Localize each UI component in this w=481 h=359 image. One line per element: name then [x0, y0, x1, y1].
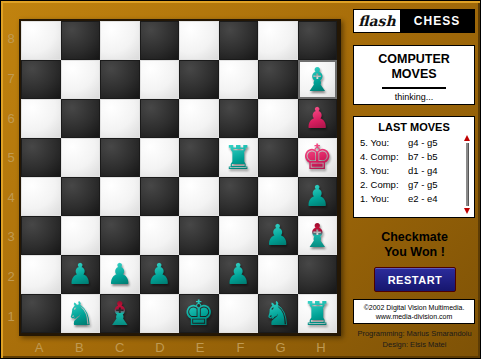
square-b5[interactable]: [61, 138, 101, 177]
board-frame: ♝♟♜♚♟♟♝♟♟♟♟♞♝♚♞♜: [19, 19, 341, 336]
white-pawn[interactable]: ♟: [225, 260, 251, 289]
move-value: e2 - e4: [408, 192, 459, 206]
white-pawn[interactable]: ♟: [146, 260, 172, 289]
thinking-status: thinking...: [354, 92, 474, 102]
move-value: g4 - g5: [408, 136, 459, 150]
credits-panel: ©2002 Digital Vision Multimedia. www.med…: [353, 299, 475, 324]
square-a4[interactable]: [21, 177, 61, 216]
square-h4[interactable]: ♟: [298, 177, 338, 216]
square-g3[interactable]: ♟: [258, 216, 298, 255]
square-f6[interactable]: [219, 99, 259, 138]
rank-label-2: 2: [4, 257, 18, 297]
rank-label-1: 1: [4, 296, 18, 336]
design-credit: Design: Elsis Matei: [347, 340, 481, 349]
divider: [382, 87, 446, 89]
move-label: 1. You:: [360, 192, 408, 206]
square-g7[interactable]: [258, 60, 298, 99]
square-a3[interactable]: [21, 216, 61, 255]
square-h2[interactable]: [298, 255, 338, 294]
square-f4[interactable]: [219, 177, 259, 216]
square-h7[interactable]: ♝: [298, 60, 338, 99]
square-b4[interactable]: [61, 177, 101, 216]
white-bishop[interactable]: ♝: [302, 63, 332, 96]
square-g4[interactable]: [258, 177, 298, 216]
square-d3[interactable]: [140, 216, 180, 255]
square-b1[interactable]: ♞: [61, 294, 101, 333]
square-c5[interactable]: [100, 138, 140, 177]
sidebar: flash CHESS COMPUTER MOVES thinking... L…: [347, 1, 481, 359]
white-king[interactable]: ♚: [183, 296, 214, 331]
square-b2[interactable]: ♟: [61, 255, 101, 294]
move-list-scrollbar[interactable]: [462, 135, 472, 214]
file-label-a: A: [19, 337, 59, 357]
file-label-f: F: [220, 337, 260, 357]
square-e8[interactable]: [179, 21, 219, 60]
programming-credit: Programming: Marius Smarandoiu: [347, 329, 481, 338]
square-d8[interactable]: [140, 21, 180, 60]
white-rook[interactable]: ♜: [223, 141, 253, 174]
rank-label-5: 5: [4, 138, 18, 178]
move-value: d1 - g4: [408, 164, 459, 178]
square-c7[interactable]: [100, 60, 140, 99]
square-e2[interactable]: [179, 255, 219, 294]
file-label-c: C: [100, 337, 140, 357]
square-g1[interactable]: ♞: [258, 294, 298, 333]
square-d1[interactable]: [140, 294, 180, 333]
file-label-d: D: [140, 337, 180, 357]
square-f7[interactable]: [219, 60, 259, 99]
file-label-b: B: [59, 337, 99, 357]
square-a8[interactable]: [21, 21, 61, 60]
square-b3[interactable]: [61, 216, 101, 255]
black-king[interactable]: ♚: [302, 140, 333, 175]
rank-label-3: 3: [4, 217, 18, 257]
move-value: g7 - g5: [408, 178, 459, 192]
file-label-e: E: [180, 337, 220, 357]
move-list: 5. You:g4 - g54. Comp:b7 - b53. You:d1 -…: [354, 136, 474, 206]
move-label: 3. You:: [360, 164, 408, 178]
restart-button[interactable]: RESTART: [374, 267, 456, 292]
square-g8[interactable]: [258, 21, 298, 60]
move-row: 3. You:d1 - g4: [360, 164, 459, 178]
square-h5[interactable]: ♚: [298, 138, 338, 177]
square-h8[interactable]: [298, 21, 338, 60]
last-moves-panel: LAST MOVES 5. You:g4 - g54. Comp:b7 - b5…: [353, 116, 475, 218]
white-rook[interactable]: ♜: [302, 297, 332, 330]
result-line1: Checkmate: [347, 230, 481, 245]
square-e6[interactable]: [179, 99, 219, 138]
square-f3[interactable]: [219, 216, 259, 255]
file-label-h: H: [301, 337, 341, 357]
file-label-g: G: [261, 337, 301, 357]
white-pawn[interactable]: ♟: [304, 182, 330, 211]
rank-labels: 87654321: [4, 19, 18, 336]
white-pawn[interactable]: ♟: [265, 221, 291, 250]
move-label: 4. Comp:: [360, 150, 408, 164]
scroll-up-icon[interactable]: [464, 135, 470, 141]
white-knight[interactable]: ♞: [65, 297, 95, 330]
square-a1[interactable]: [21, 294, 61, 333]
move-label: 2. Comp:: [360, 178, 408, 192]
move-value: b7 - b5: [408, 150, 459, 164]
square-e3[interactable]: [179, 216, 219, 255]
result-line2: You Won !: [347, 245, 481, 260]
white-knight[interactable]: ♞: [263, 297, 293, 330]
white-pawn[interactable]: ♟: [67, 260, 93, 289]
square-h1[interactable]: ♜: [298, 294, 338, 333]
square-e4[interactable]: [179, 177, 219, 216]
move-label: 5. You:: [360, 136, 408, 150]
square-b6[interactable]: [61, 99, 101, 138]
square-d7[interactable]: [140, 60, 180, 99]
logo-chess-text: CHESS: [400, 10, 474, 32]
logo: flash CHESS: [353, 9, 475, 33]
computer-moves-panel: COMPUTER MOVES thinking...: [353, 45, 475, 105]
credits-line1: ©2002 Digital Vision Multimedia.: [354, 303, 474, 312]
square-a2[interactable]: [21, 255, 61, 294]
file-labels: ABCDEFGH: [19, 337, 341, 357]
square-a5[interactable]: [21, 138, 61, 177]
square-b8[interactable]: [61, 21, 101, 60]
square-d2[interactable]: ♟: [140, 255, 180, 294]
square-c2[interactable]: ♟: [100, 255, 140, 294]
move-row: 4. Comp:b7 - b5: [360, 150, 459, 164]
scroll-down-icon[interactable]: [464, 208, 470, 214]
move-row: 1. You:e2 - e4: [360, 192, 459, 206]
computer-moves-title-line1: COMPUTER: [354, 52, 474, 67]
square-d6[interactable]: [140, 99, 180, 138]
white-bishop[interactable]: ♝: [105, 297, 135, 330]
square-c8[interactable]: [100, 21, 140, 60]
square-d5[interactable]: [140, 138, 180, 177]
rank-label-7: 7: [4, 59, 18, 99]
white-bishop[interactable]: ♝: [302, 219, 332, 252]
square-f2[interactable]: ♟: [219, 255, 259, 294]
last-moves-title: LAST MOVES: [354, 121, 474, 133]
square-h3[interactable]: ♝: [298, 216, 338, 255]
scrollbar-track[interactable]: [466, 143, 469, 206]
credits-line2[interactable]: www.media-division.com: [354, 312, 474, 321]
square-d4[interactable]: [140, 177, 180, 216]
square-e7[interactable]: [179, 60, 219, 99]
rank-label-6: 6: [4, 98, 18, 138]
board-grid: ♝♟♜♚♟♟♝♟♟♟♟♞♝♚♞♜: [21, 21, 337, 333]
square-c4[interactable]: [100, 177, 140, 216]
square-g6[interactable]: [258, 99, 298, 138]
square-h6[interactable]: ♟: [298, 99, 338, 138]
square-c3[interactable]: [100, 216, 140, 255]
square-c1[interactable]: ♝: [100, 294, 140, 333]
logo-flash-text: flash: [354, 10, 400, 32]
rank-label-4: 4: [4, 178, 18, 218]
square-a7[interactable]: [21, 60, 61, 99]
square-e1[interactable]: ♚: [179, 294, 219, 333]
rank-label-8: 8: [4, 19, 18, 59]
computer-moves-title-line2: MOVES: [354, 67, 474, 82]
flashchess-app: 87654321 ABCDEFGH ♝♟♜♚♟♟♝♟♟♟♟♞♝♚♞♜ flash…: [0, 0, 481, 359]
square-f1[interactable]: [219, 294, 259, 333]
square-a6[interactable]: [21, 99, 61, 138]
move-row: 2. Comp:g7 - g5: [360, 178, 459, 192]
square-g5[interactable]: [258, 138, 298, 177]
white-pawn[interactable]: ♟: [107, 260, 133, 289]
square-b7[interactable]: [61, 60, 101, 99]
square-f8[interactable]: [219, 21, 259, 60]
move-row: 5. You:g4 - g5: [360, 136, 459, 150]
black-pawn[interactable]: ♟: [304, 104, 330, 133]
square-e5[interactable]: [179, 138, 219, 177]
square-c6[interactable]: [100, 99, 140, 138]
game-result: Checkmate You Won !: [347, 230, 481, 260]
square-f5[interactable]: ♜: [219, 138, 259, 177]
square-g2[interactable]: [258, 255, 298, 294]
